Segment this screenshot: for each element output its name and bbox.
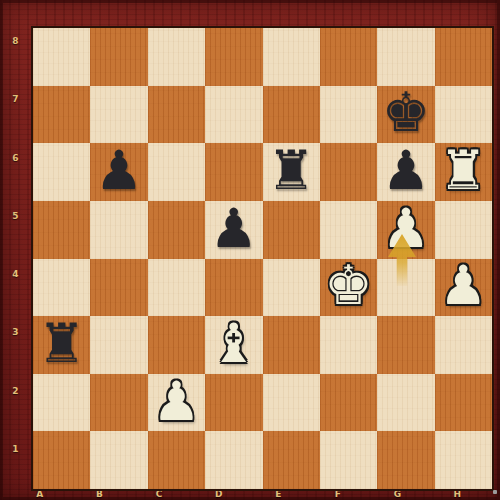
square-d2[interactable] — [205, 374, 262, 432]
square-b1[interactable] — [90, 431, 147, 489]
white-rook[interactable]: ♜ — [439, 144, 487, 198]
rank-label-1: 1 — [0, 420, 31, 478]
square-g4[interactable] — [377, 259, 434, 317]
white-bishop[interactable]: ♝ — [210, 317, 258, 371]
square-d3[interactable]: ♝ — [205, 316, 262, 374]
square-e5[interactable] — [263, 201, 320, 259]
square-d8[interactable] — [205, 28, 262, 86]
square-f4[interactable]: ♚ — [320, 259, 377, 317]
rank-labels: 87654321 — [0, 12, 31, 478]
black-pawn[interactable]: ♟ — [382, 144, 430, 198]
square-d1[interactable] — [205, 431, 262, 489]
square-e1[interactable] — [263, 431, 320, 489]
white-pawn[interactable]: ♟ — [152, 375, 200, 429]
square-h6[interactable]: ♜ — [435, 143, 492, 201]
rank-label-8: 8 — [0, 12, 31, 70]
square-g2[interactable] — [377, 374, 434, 432]
square-c3[interactable] — [148, 316, 205, 374]
square-b2[interactable] — [90, 374, 147, 432]
square-c4[interactable] — [148, 259, 205, 317]
square-g1[interactable] — [377, 431, 434, 489]
square-a6[interactable] — [33, 143, 90, 201]
white-pawn[interactable]: ♟ — [382, 202, 430, 256]
square-f8[interactable] — [320, 28, 377, 86]
black-king[interactable]: ♚ — [382, 86, 430, 140]
black-rook[interactable]: ♜ — [37, 317, 85, 371]
square-e6[interactable]: ♜ — [263, 143, 320, 201]
square-e2[interactable] — [263, 374, 320, 432]
square-h3[interactable] — [435, 316, 492, 374]
square-h4[interactable]: ♟ — [435, 259, 492, 317]
square-g3[interactable] — [377, 316, 434, 374]
square-a2[interactable] — [33, 374, 90, 432]
board: ♚♟♜♟♜♟♟♚♟♜♝♟ — [33, 28, 492, 489]
square-a8[interactable] — [33, 28, 90, 86]
rank-label-5: 5 — [0, 187, 31, 245]
square-h1[interactable] — [435, 431, 492, 489]
square-h5[interactable] — [435, 201, 492, 259]
square-h2[interactable] — [435, 374, 492, 432]
square-h8[interactable] — [435, 28, 492, 86]
square-f5[interactable] — [320, 201, 377, 259]
black-pawn[interactable]: ♟ — [95, 144, 143, 198]
square-g6[interactable]: ♟ — [377, 143, 434, 201]
square-d5[interactable]: ♟ — [205, 201, 262, 259]
square-c8[interactable] — [148, 28, 205, 86]
square-e3[interactable] — [263, 316, 320, 374]
board-frame: 87654321 ABCDEFGH ♚♟♜♟♜♟♟♚♟♜♝♟ — [0, 0, 500, 500]
square-d4[interactable] — [205, 259, 262, 317]
rank-label-2: 2 — [0, 362, 31, 420]
square-a5[interactable] — [33, 201, 90, 259]
square-b4[interactable] — [90, 259, 147, 317]
square-a3[interactable]: ♜ — [33, 316, 90, 374]
corner-dot-icon — [493, 490, 497, 494]
square-b6[interactable]: ♟ — [90, 143, 147, 201]
square-f3[interactable] — [320, 316, 377, 374]
square-g5[interactable]: ♟ — [377, 201, 434, 259]
square-e8[interactable] — [263, 28, 320, 86]
white-pawn[interactable]: ♟ — [439, 259, 487, 313]
square-a4[interactable] — [33, 259, 90, 317]
square-f6[interactable] — [320, 143, 377, 201]
square-b5[interactable] — [90, 201, 147, 259]
square-a1[interactable] — [33, 431, 90, 489]
square-b7[interactable] — [90, 86, 147, 144]
square-f7[interactable] — [320, 86, 377, 144]
square-f2[interactable] — [320, 374, 377, 432]
square-g7[interactable]: ♚ — [377, 86, 434, 144]
rank-label-6: 6 — [0, 129, 31, 187]
square-h7[interactable] — [435, 86, 492, 144]
black-rook[interactable]: ♜ — [267, 144, 315, 198]
black-pawn[interactable]: ♟ — [210, 202, 258, 256]
square-c7[interactable] — [148, 86, 205, 144]
square-f1[interactable] — [320, 431, 377, 489]
square-c1[interactable] — [148, 431, 205, 489]
square-e7[interactable] — [263, 86, 320, 144]
square-b8[interactable] — [90, 28, 147, 86]
board-outline: ♚♟♜♟♜♟♟♚♟♜♝♟ — [31, 26, 494, 491]
square-g8[interactable] — [377, 28, 434, 86]
rank-label-4: 4 — [0, 245, 31, 303]
square-c6[interactable] — [148, 143, 205, 201]
white-king[interactable]: ♚ — [324, 259, 372, 313]
square-c2[interactable]: ♟ — [148, 374, 205, 432]
square-d6[interactable] — [205, 143, 262, 201]
square-c5[interactable] — [148, 201, 205, 259]
square-d7[interactable] — [205, 86, 262, 144]
square-b3[interactable] — [90, 316, 147, 374]
square-e4[interactable] — [263, 259, 320, 317]
rank-label-3: 3 — [0, 303, 31, 361]
square-a7[interactable] — [33, 86, 90, 144]
rank-label-7: 7 — [0, 70, 31, 128]
